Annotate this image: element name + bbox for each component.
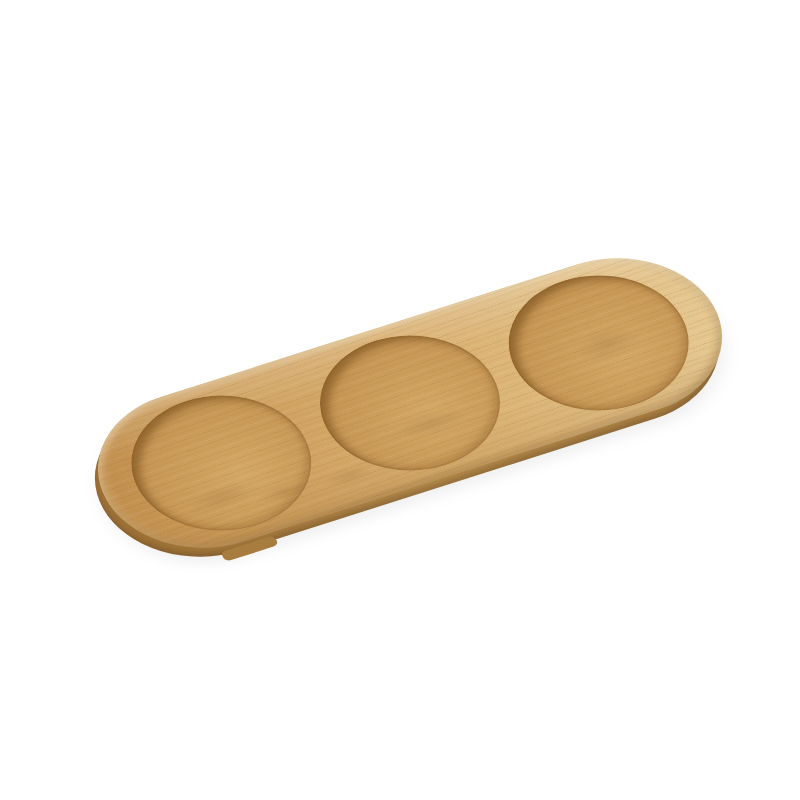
photo-caption: Bamboo tray with three round recesses	[0, 0, 1, 1]
product-photo: Bamboo tray with three round recesses	[0, 0, 800, 800]
grain-knot	[257, 477, 313, 506]
grain-knot	[322, 462, 377, 490]
grain-knot	[388, 401, 475, 446]
grain-knot	[184, 477, 261, 517]
embossed-stamp-mark	[567, 319, 650, 370]
tray-top-surface	[65, 234, 755, 572]
